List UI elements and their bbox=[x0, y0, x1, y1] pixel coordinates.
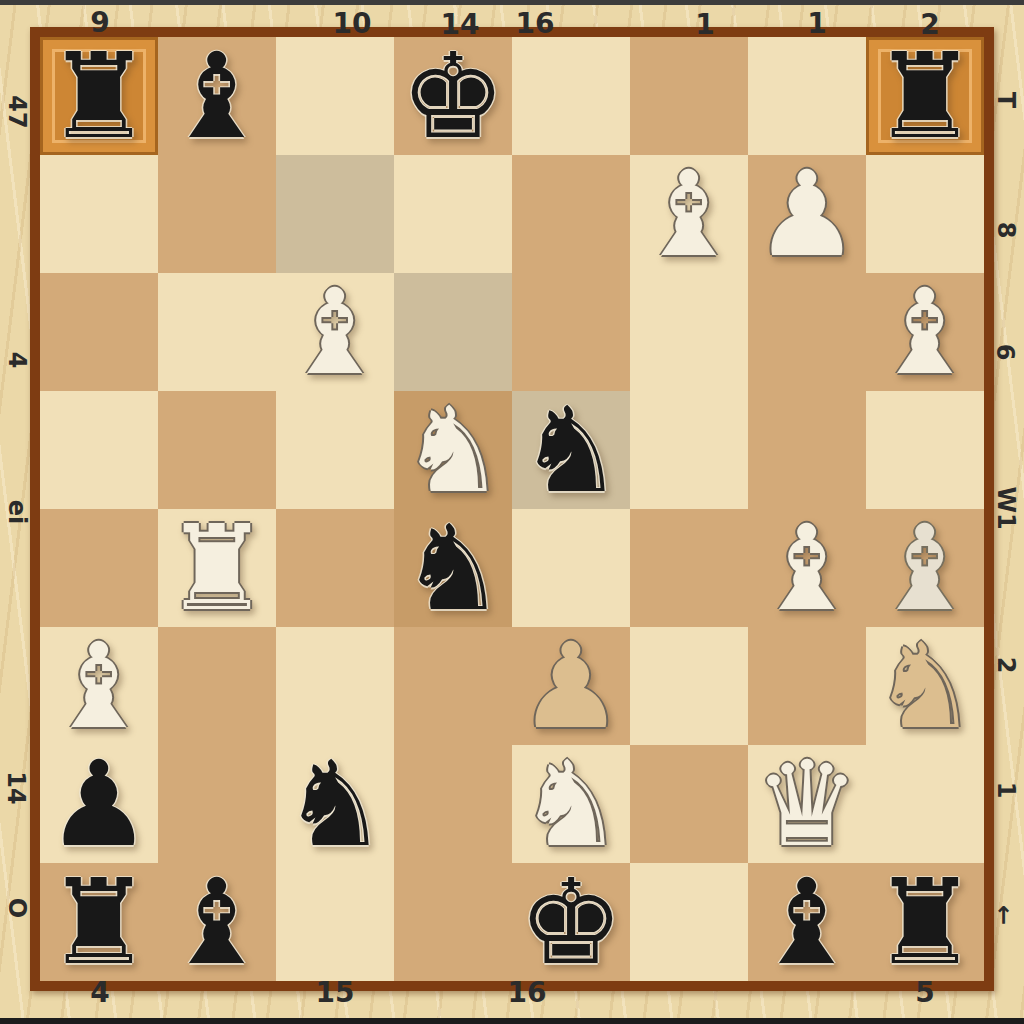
square-a6[interactable] bbox=[40, 273, 158, 391]
square-d4[interactable]: ♞ bbox=[394, 509, 512, 627]
square-b7[interactable] bbox=[158, 155, 276, 273]
square-b1[interactable]: ♝ bbox=[158, 863, 276, 981]
bottom-edge-strip bbox=[0, 1018, 1024, 1024]
square-g6[interactable] bbox=[748, 273, 866, 391]
black-rook[interactable]: ♜ bbox=[46, 863, 152, 981]
square-f7[interactable]: ♝ bbox=[630, 155, 748, 273]
square-h7[interactable] bbox=[866, 155, 984, 273]
top-edge-strip bbox=[0, 0, 1024, 5]
square-a7[interactable] bbox=[40, 155, 158, 273]
white-bishop[interactable]: ♝ bbox=[636, 155, 742, 273]
square-e4[interactable] bbox=[512, 509, 630, 627]
right-border-label-0: T bbox=[992, 92, 1020, 108]
square-e8[interactable] bbox=[512, 37, 630, 155]
black-knight[interactable]: ♞ bbox=[282, 745, 388, 863]
top-border-label-6: 2 bbox=[920, 8, 939, 41]
tan-pawn[interactable]: ♟ bbox=[518, 627, 624, 745]
bottom-border-label-1: 15 bbox=[316, 976, 355, 1009]
top-border-label-4: 1 bbox=[695, 8, 714, 41]
square-c1[interactable] bbox=[276, 863, 394, 981]
square-g4[interactable]: ♝ bbox=[748, 509, 866, 627]
right-border-label-3: W1 bbox=[992, 486, 1020, 529]
square-d8[interactable]: ♚ bbox=[394, 37, 512, 155]
square-c4[interactable] bbox=[276, 509, 394, 627]
square-f2[interactable] bbox=[630, 745, 748, 863]
square-h2[interactable] bbox=[866, 745, 984, 863]
square-h1[interactable]: ♜ bbox=[866, 863, 984, 981]
square-f3[interactable] bbox=[630, 627, 748, 745]
black-knight[interactable]: ♞ bbox=[518, 391, 624, 509]
right-border-label-5: 1 bbox=[992, 782, 1020, 799]
square-d2[interactable] bbox=[394, 745, 512, 863]
square-f4[interactable] bbox=[630, 509, 748, 627]
square-h3[interactable]: ♞ bbox=[866, 627, 984, 745]
square-a8[interactable]: ♜ bbox=[40, 37, 158, 155]
square-a1[interactable]: ♜ bbox=[40, 863, 158, 981]
square-g7[interactable]: ♟ bbox=[748, 155, 866, 273]
black-rook[interactable]: ♜ bbox=[872, 863, 978, 981]
square-d3[interactable] bbox=[394, 627, 512, 745]
top-border-label-0: 9 bbox=[90, 6, 109, 39]
square-b6[interactable] bbox=[158, 273, 276, 391]
square-f1[interactable] bbox=[630, 863, 748, 981]
square-e2[interactable]: ♞ bbox=[512, 745, 630, 863]
square-d6[interactable] bbox=[394, 273, 512, 391]
square-g5[interactable] bbox=[748, 391, 866, 509]
left-border-label-0: 47 bbox=[3, 95, 31, 128]
white-queen[interactable]: ♛ bbox=[754, 745, 860, 863]
black-rook[interactable]: ♜ bbox=[872, 37, 978, 155]
square-f6[interactable] bbox=[630, 273, 748, 391]
square-h8[interactable]: ♜ bbox=[866, 37, 984, 155]
square-b3[interactable] bbox=[158, 627, 276, 745]
square-e5[interactable]: ♞ bbox=[512, 391, 630, 509]
left-border-label-3: 14 bbox=[2, 771, 30, 804]
square-h5[interactable] bbox=[866, 391, 984, 509]
square-a3[interactable]: ♝ bbox=[40, 627, 158, 745]
square-g2[interactable]: ♛ bbox=[748, 745, 866, 863]
bottom-border-label-0: 4 bbox=[90, 976, 109, 1009]
pale-bishop[interactable]: ♝ bbox=[872, 509, 978, 627]
square-f8[interactable] bbox=[630, 37, 748, 155]
white-knight[interactable]: ♞ bbox=[400, 391, 506, 509]
black-bishop[interactable]: ♝ bbox=[754, 863, 860, 981]
top-border-label-3: 16 bbox=[516, 7, 555, 40]
square-g1[interactable]: ♝ bbox=[748, 863, 866, 981]
black-pawn[interactable]: ♟ bbox=[46, 745, 152, 863]
white-rook[interactable]: ♜ bbox=[164, 509, 270, 627]
left-border-label-1: 4 bbox=[3, 352, 31, 369]
tan-knight[interactable]: ♞ bbox=[872, 627, 978, 745]
square-c7[interactable] bbox=[276, 155, 394, 273]
white-knight[interactable]: ♞ bbox=[518, 745, 624, 863]
square-c6[interactable]: ♝ bbox=[276, 273, 394, 391]
right-border-label-2: 6 bbox=[991, 344, 1019, 361]
white-bishop[interactable]: ♝ bbox=[282, 273, 388, 391]
black-king[interactable]: ♚ bbox=[400, 37, 506, 155]
square-d7[interactable] bbox=[394, 155, 512, 273]
square-g3[interactable] bbox=[748, 627, 866, 745]
bottom-border-label-2: 16 bbox=[508, 976, 547, 1009]
square-b4[interactable]: ♜ bbox=[158, 509, 276, 627]
square-h4[interactable]: ♝ bbox=[866, 509, 984, 627]
square-d1[interactable] bbox=[394, 863, 512, 981]
square-f5[interactable] bbox=[630, 391, 748, 509]
square-b5[interactable] bbox=[158, 391, 276, 509]
square-c3[interactable] bbox=[276, 627, 394, 745]
black-bishop[interactable]: ♝ bbox=[164, 863, 270, 981]
white-pawn[interactable]: ♟ bbox=[754, 155, 860, 273]
square-g8[interactable] bbox=[748, 37, 866, 155]
black-knight[interactable]: ♞ bbox=[400, 509, 506, 627]
square-e1[interactable]: ♚ bbox=[512, 863, 630, 981]
left-border-label-2: ei bbox=[3, 500, 31, 525]
right-border-label-4: 2 bbox=[992, 657, 1020, 674]
black-rook[interactable]: ♜ bbox=[46, 37, 152, 155]
white-bishop[interactable]: ♝ bbox=[46, 627, 152, 745]
chess-board: ♜♝♚♜♝♟♝♝♞♞♜♞♝♝♝♟♞♟♞♞♛♜♝♚♝♜ bbox=[40, 37, 984, 981]
white-bishop[interactable]: ♝ bbox=[754, 509, 860, 627]
top-border-label-2: 14 bbox=[441, 8, 480, 41]
white-bishop[interactable]: ♝ bbox=[872, 273, 978, 391]
right-border-label-1: 8 bbox=[992, 222, 1020, 239]
square-e6[interactable] bbox=[512, 273, 630, 391]
square-c5[interactable] bbox=[276, 391, 394, 509]
square-b2[interactable] bbox=[158, 745, 276, 863]
square-b8[interactable]: ♝ bbox=[158, 37, 276, 155]
square-a2[interactable]: ♟ bbox=[40, 745, 158, 863]
right-border-label-6: ← bbox=[990, 905, 1018, 925]
black-king[interactable]: ♚ bbox=[518, 863, 624, 981]
square-c8[interactable] bbox=[276, 37, 394, 155]
top-border-label-1: 10 bbox=[333, 7, 372, 40]
square-e3[interactable]: ♟ bbox=[512, 627, 630, 745]
square-d5[interactable]: ♞ bbox=[394, 391, 512, 509]
square-a5[interactable] bbox=[40, 391, 158, 509]
square-h6[interactable]: ♝ bbox=[866, 273, 984, 391]
left-border-label-4: O bbox=[3, 898, 31, 918]
black-bishop[interactable]: ♝ bbox=[164, 37, 270, 155]
bottom-border-label-3: 5 bbox=[915, 976, 934, 1009]
square-e7[interactable] bbox=[512, 155, 630, 273]
top-border-label-5: 1 bbox=[807, 7, 826, 40]
square-a4[interactable] bbox=[40, 509, 158, 627]
square-c2[interactable]: ♞ bbox=[276, 745, 394, 863]
